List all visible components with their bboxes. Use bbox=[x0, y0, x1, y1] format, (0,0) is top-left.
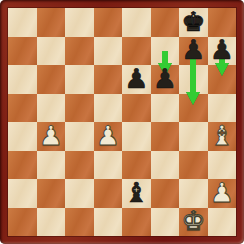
square-e7[interactable] bbox=[122, 37, 151, 66]
square-a3[interactable] bbox=[8, 151, 37, 180]
square-g3[interactable] bbox=[179, 151, 208, 180]
square-e4[interactable] bbox=[122, 122, 151, 151]
square-c7[interactable] bbox=[65, 37, 94, 66]
square-e2[interactable]: ♝ bbox=[122, 179, 151, 208]
square-e5[interactable] bbox=[122, 94, 151, 123]
piece-black-king-g8[interactable]: ♚ bbox=[179, 7, 208, 36]
piece-black-pawn-h7[interactable]: ♟ bbox=[208, 36, 237, 65]
square-h8[interactable] bbox=[208, 8, 237, 37]
piece-white-pawn-d4[interactable]: ♟ bbox=[94, 121, 123, 150]
square-b3[interactable] bbox=[37, 151, 66, 180]
square-f3[interactable] bbox=[151, 151, 180, 180]
square-b7[interactable] bbox=[37, 37, 66, 66]
square-a8[interactable] bbox=[8, 8, 37, 37]
square-a5[interactable] bbox=[8, 94, 37, 123]
square-a6[interactable] bbox=[8, 65, 37, 94]
square-h3[interactable] bbox=[208, 151, 237, 180]
square-e3[interactable] bbox=[122, 151, 151, 180]
square-b1[interactable] bbox=[37, 208, 66, 237]
chess-diagram: ♚♟♟♟♟♟♟♝♝♟♚ bbox=[0, 0, 244, 244]
square-h6[interactable] bbox=[208, 65, 237, 94]
square-g4[interactable] bbox=[179, 122, 208, 151]
piece-black-pawn-e6[interactable]: ♟ bbox=[122, 64, 151, 93]
piece-black-pawn-g7[interactable]: ♟ bbox=[179, 36, 208, 65]
square-a2[interactable] bbox=[8, 179, 37, 208]
square-f5[interactable] bbox=[151, 94, 180, 123]
square-b5[interactable] bbox=[37, 94, 66, 123]
square-d8[interactable] bbox=[94, 8, 123, 37]
square-g8[interactable]: ♚ bbox=[179, 8, 208, 37]
square-b6[interactable] bbox=[37, 65, 66, 94]
square-a4[interactable] bbox=[8, 122, 37, 151]
square-d1[interactable] bbox=[94, 208, 123, 237]
piece-white-king-g1[interactable]: ♚ bbox=[179, 207, 208, 236]
piece-white-pawn-h2[interactable]: ♟ bbox=[208, 178, 237, 207]
square-f8[interactable] bbox=[151, 8, 180, 37]
square-c6[interactable] bbox=[65, 65, 94, 94]
square-d5[interactable] bbox=[94, 94, 123, 123]
square-g7[interactable]: ♟ bbox=[179, 37, 208, 66]
square-h7[interactable]: ♟ bbox=[208, 37, 237, 66]
square-c8[interactable] bbox=[65, 8, 94, 37]
chess-board: ♚♟♟♟♟♟♟♝♝♟♚ bbox=[8, 8, 236, 236]
square-f2[interactable] bbox=[151, 179, 180, 208]
square-e6[interactable]: ♟ bbox=[122, 65, 151, 94]
square-g5[interactable] bbox=[179, 94, 208, 123]
square-f6[interactable]: ♟ bbox=[151, 65, 180, 94]
square-f4[interactable] bbox=[151, 122, 180, 151]
square-c2[interactable] bbox=[65, 179, 94, 208]
square-d3[interactable] bbox=[94, 151, 123, 180]
square-e1[interactable] bbox=[122, 208, 151, 237]
square-d2[interactable] bbox=[94, 179, 123, 208]
square-h2[interactable]: ♟ bbox=[208, 179, 237, 208]
square-b8[interactable] bbox=[37, 8, 66, 37]
piece-white-pawn-b4[interactable]: ♟ bbox=[37, 121, 66, 150]
square-e8[interactable] bbox=[122, 8, 151, 37]
square-c1[interactable] bbox=[65, 208, 94, 237]
piece-white-bishop-h4[interactable]: ♝ bbox=[208, 121, 237, 150]
square-d6[interactable] bbox=[94, 65, 123, 94]
square-d4[interactable]: ♟ bbox=[94, 122, 123, 151]
square-g1[interactable]: ♚ bbox=[179, 208, 208, 237]
square-f1[interactable] bbox=[151, 208, 180, 237]
square-d7[interactable] bbox=[94, 37, 123, 66]
square-h4[interactable]: ♝ bbox=[208, 122, 237, 151]
square-g2[interactable] bbox=[179, 179, 208, 208]
piece-black-bishop-e2[interactable]: ♝ bbox=[122, 178, 151, 207]
square-a1[interactable] bbox=[8, 208, 37, 237]
square-h5[interactable] bbox=[208, 94, 237, 123]
square-c4[interactable] bbox=[65, 122, 94, 151]
square-g6[interactable] bbox=[179, 65, 208, 94]
square-c5[interactable] bbox=[65, 94, 94, 123]
square-f7[interactable] bbox=[151, 37, 180, 66]
square-h1[interactable] bbox=[208, 208, 237, 237]
square-c3[interactable] bbox=[65, 151, 94, 180]
piece-black-pawn-f6[interactable]: ♟ bbox=[151, 64, 180, 93]
square-b4[interactable]: ♟ bbox=[37, 122, 66, 151]
square-a7[interactable] bbox=[8, 37, 37, 66]
square-b2[interactable] bbox=[37, 179, 66, 208]
board-frame: ♚♟♟♟♟♟♟♝♝♟♚ bbox=[0, 0, 244, 244]
